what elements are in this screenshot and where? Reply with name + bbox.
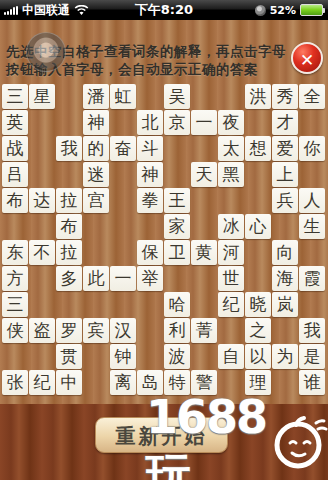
grid-bg-cell bbox=[245, 162, 271, 187]
grid-bg-cell bbox=[191, 292, 217, 317]
grid-cell[interactable]: 吴 bbox=[164, 84, 190, 109]
grid-bg-cell bbox=[299, 162, 325, 187]
grid-cell[interactable]: 家 bbox=[164, 214, 190, 239]
grid-bg-cell bbox=[137, 344, 163, 369]
grid-cell[interactable]: 生 bbox=[299, 214, 325, 239]
grid-bg-cell bbox=[245, 188, 271, 213]
grid-cell[interactable]: 罗 bbox=[56, 318, 82, 343]
grid-cell[interactable]: 冰 bbox=[218, 214, 244, 239]
grid-bg-cell bbox=[164, 136, 190, 161]
grid-cell[interactable]: 爱 bbox=[272, 136, 298, 161]
grid-cell[interactable]: 拉 bbox=[56, 240, 82, 265]
grid-bg-cell bbox=[218, 84, 244, 109]
grid-cell[interactable]: 星 bbox=[29, 84, 55, 109]
grid-cell[interactable]: 菁 bbox=[191, 318, 217, 343]
grid-cell[interactable]: 斗 bbox=[137, 136, 163, 161]
grid-bg-cell bbox=[218, 188, 244, 213]
grid-cell[interactable]: 拉 bbox=[56, 188, 82, 213]
grid-bg-cell bbox=[272, 214, 298, 239]
grid-bg-cell bbox=[137, 214, 163, 239]
grid-bg-cell bbox=[137, 318, 163, 343]
grid-bg-cell bbox=[110, 188, 136, 213]
grid-bg-cell bbox=[29, 136, 55, 161]
grid-cell[interactable]: 拳 bbox=[137, 188, 163, 213]
grid-cell[interactable]: 兵 bbox=[272, 188, 298, 213]
grid-bg-cell bbox=[2, 344, 28, 369]
grid-bg-cell bbox=[191, 188, 217, 213]
grid-cell[interactable]: 中 bbox=[56, 370, 82, 395]
battery-percent-label: 52% bbox=[270, 4, 296, 17]
grid-bg-cell bbox=[83, 370, 109, 395]
grid-cell[interactable]: 方 bbox=[2, 266, 28, 291]
rotation-lock-icon bbox=[255, 5, 266, 16]
grid-cell[interactable]: 布 bbox=[2, 188, 28, 213]
grid-cell[interactable]: 黑 bbox=[218, 162, 244, 187]
grid-cell[interactable]: 纪 bbox=[218, 292, 244, 317]
grid-cell[interactable]: 保 bbox=[137, 240, 163, 265]
close-icon: ✕ bbox=[300, 50, 314, 70]
grid-cell[interactable]: 我 bbox=[299, 318, 325, 343]
grid-cell[interactable]: 战 bbox=[2, 136, 28, 161]
grid-cell[interactable]: 我 bbox=[56, 136, 82, 161]
grid-bg-cell bbox=[191, 214, 217, 239]
grid-bg-cell bbox=[191, 84, 217, 109]
grid-cell[interactable]: 王 bbox=[164, 188, 190, 213]
grid-cell[interactable]: 岚 bbox=[272, 292, 298, 317]
grid-cell[interactable]: 钟 bbox=[110, 344, 136, 369]
grid-cell[interactable]: 河 bbox=[218, 240, 244, 265]
watermark: 1688玩 www.1688wan.com bbox=[146, 388, 328, 480]
grid-cell[interactable]: 三 bbox=[2, 84, 28, 109]
grid-bg-cell bbox=[164, 266, 190, 291]
grid-bg-cell bbox=[29, 162, 55, 187]
grid-cell[interactable]: 多 bbox=[56, 266, 82, 291]
grid-cell[interactable]: 秀 bbox=[272, 84, 298, 109]
grid-cell[interactable]: 世 bbox=[218, 266, 244, 291]
grid-cell[interactable]: 举 bbox=[137, 266, 163, 291]
board: 三星潘虹吴洪秀全英神北京一夜才战我的奋斗太想爱你吕迷神天黑上布达拉宫拳王兵人布家… bbox=[2, 84, 325, 395]
grid-cell[interactable]: 布 bbox=[56, 214, 82, 239]
grid-bg-cell bbox=[191, 266, 217, 291]
grid-cell[interactable]: 三 bbox=[2, 292, 28, 317]
watermark-mascot-icon bbox=[272, 413, 328, 475]
grid-cell[interactable]: 神 bbox=[137, 162, 163, 187]
grid-bg-cell bbox=[110, 214, 136, 239]
grid-cell[interactable]: 海 bbox=[272, 266, 298, 291]
grid-bg-cell bbox=[272, 318, 298, 343]
grid-cell[interactable]: 卫 bbox=[164, 240, 190, 265]
grid-cell[interactable]: 之 bbox=[245, 318, 271, 343]
grid-cell[interactable]: 宾 bbox=[83, 318, 109, 343]
grid-cell[interactable]: 京 bbox=[164, 110, 190, 135]
grid-bg-cell bbox=[110, 110, 136, 135]
grid-bg-cell bbox=[191, 136, 217, 161]
grid-cell[interactable]: 潘 bbox=[83, 84, 109, 109]
grid-cell[interactable]: 宫 bbox=[83, 188, 109, 213]
grid-cell[interactable]: 黄 bbox=[191, 240, 217, 265]
grid-bg-cell bbox=[2, 214, 28, 239]
grid-cell[interactable]: 东 bbox=[2, 240, 28, 265]
grid-cell[interactable]: 自 bbox=[218, 344, 244, 369]
grid-bg-cell bbox=[29, 292, 55, 317]
grid-cell[interactable]: 此 bbox=[83, 266, 109, 291]
grid-cell[interactable]: 波 bbox=[164, 344, 190, 369]
grid-bg-cell bbox=[56, 84, 82, 109]
grid-bg-cell bbox=[29, 266, 55, 291]
grid-cell[interactable]: 离 bbox=[110, 370, 136, 395]
grid-cell[interactable]: 夜 bbox=[218, 110, 244, 135]
grid-bg-cell bbox=[83, 214, 109, 239]
grid-bg-cell bbox=[56, 162, 82, 187]
grid-cell[interactable]: 吕 bbox=[2, 162, 28, 187]
grid-bg-cell bbox=[83, 292, 109, 317]
watermark-logo-text: 1688玩 bbox=[146, 388, 270, 480]
grid-cell[interactable]: 为 bbox=[272, 344, 298, 369]
grid-cell[interactable]: 晓 bbox=[245, 292, 271, 317]
grid-bg-cell bbox=[29, 110, 55, 135]
grid-cell[interactable]: 神 bbox=[83, 110, 109, 135]
grid-cell[interactable]: 英 bbox=[2, 110, 28, 135]
grid-bg-cell bbox=[299, 110, 325, 135]
grid-bg-cell bbox=[245, 240, 271, 265]
grid-bg-cell bbox=[299, 292, 325, 317]
grid-bg-cell bbox=[29, 214, 55, 239]
battery-icon bbox=[300, 4, 325, 16]
grid-cell[interactable]: 天 bbox=[191, 162, 217, 187]
grid-bg-cell bbox=[56, 110, 82, 135]
grid-cell[interactable]: 的 bbox=[83, 136, 109, 161]
close-instructions-button[interactable]: ✕ bbox=[291, 42, 323, 74]
grid-bg-cell bbox=[245, 266, 271, 291]
grid-bg-cell bbox=[29, 344, 55, 369]
grid-bg-cell bbox=[56, 292, 82, 317]
grid-cell[interactable]: 全 bbox=[299, 84, 325, 109]
grid-bg-cell bbox=[245, 110, 271, 135]
grid-bg-cell bbox=[137, 84, 163, 109]
grid-cell[interactable]: 是 bbox=[299, 344, 325, 369]
grid-cell[interactable]: 想 bbox=[245, 136, 271, 161]
grid-cell[interactable]: 不 bbox=[29, 240, 55, 265]
grid-cell[interactable]: 霞 bbox=[299, 266, 325, 291]
grid-cell[interactable]: 张 bbox=[2, 370, 28, 395]
grid-cell[interactable]: 北 bbox=[137, 110, 163, 135]
grid-bg-cell bbox=[164, 162, 190, 187]
grid-bg-cell bbox=[218, 318, 244, 343]
grid-bg-cell bbox=[191, 344, 217, 369]
status-bar: 中国联通 下午8:20 52% bbox=[0, 0, 328, 20]
grid-cell[interactable]: 人 bbox=[299, 188, 325, 213]
grid-cell[interactable]: 才 bbox=[272, 110, 298, 135]
grid-cell[interactable]: 汉 bbox=[110, 318, 136, 343]
grid-cell[interactable]: 上 bbox=[272, 162, 298, 187]
grid-cell[interactable]: 你 bbox=[299, 136, 325, 161]
grid-cell[interactable]: 太 bbox=[218, 136, 244, 161]
grid-cell[interactable]: 盗 bbox=[29, 318, 55, 343]
grid-cell[interactable]: 一 bbox=[191, 110, 217, 135]
grid-cell[interactable]: 贯 bbox=[56, 344, 82, 369]
grid-bg-cell bbox=[83, 344, 109, 369]
grid-bg-cell bbox=[299, 240, 325, 265]
grid-bg-cell bbox=[137, 292, 163, 317]
grid-bg-cell bbox=[110, 240, 136, 265]
grid-cell[interactable]: 利 bbox=[164, 318, 190, 343]
grid-cell[interactable]: 洪 bbox=[245, 84, 271, 109]
grid-cell[interactable]: 纪 bbox=[29, 370, 55, 395]
grid-bg-cell bbox=[110, 162, 136, 187]
grid-cell[interactable]: 向 bbox=[272, 240, 298, 265]
grid-cell[interactable]: 达 bbox=[29, 188, 55, 213]
grid-cell[interactable]: 心 bbox=[245, 214, 271, 239]
grid-cell[interactable]: 奋 bbox=[110, 136, 136, 161]
grid-cell[interactable]: 虹 bbox=[110, 84, 136, 109]
grid-cell[interactable]: 迷 bbox=[83, 162, 109, 187]
assistive-touch-button[interactable] bbox=[26, 32, 66, 72]
grid-bg-cell bbox=[83, 240, 109, 265]
grid-cell[interactable]: 哈 bbox=[164, 292, 190, 317]
grid-cell[interactable]: 以 bbox=[245, 344, 271, 369]
grid-cell[interactable]: 侠 bbox=[2, 318, 28, 343]
grid-cell[interactable]: 一 bbox=[110, 266, 136, 291]
grid-bg-cell bbox=[110, 292, 136, 317]
